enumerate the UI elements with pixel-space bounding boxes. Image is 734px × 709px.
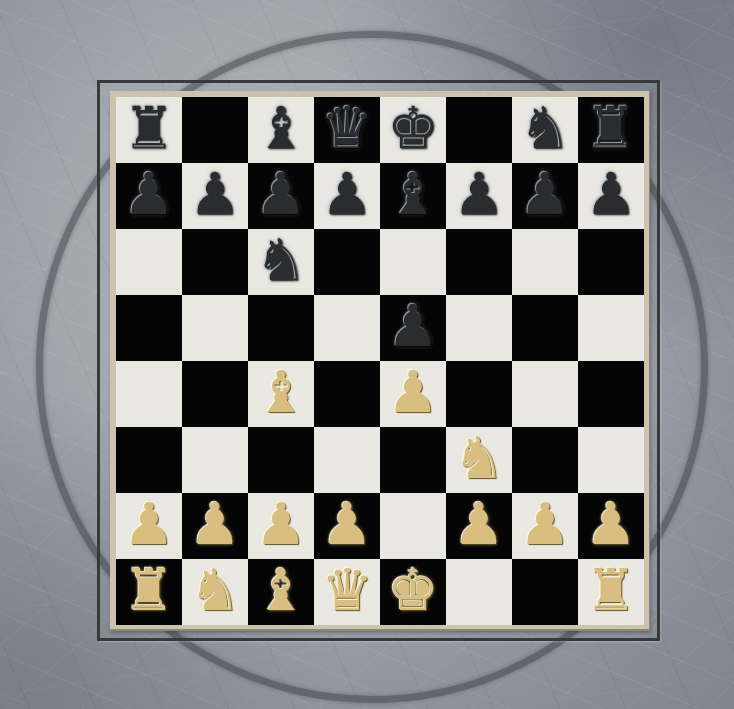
square-c6[interactable]: ♞ (248, 229, 314, 295)
square-g2[interactable]: ♟ (512, 493, 578, 559)
square-g3[interactable] (512, 427, 578, 493)
piece-white-rook[interactable]: ♜ (123, 557, 175, 623)
piece-white-knight[interactable]: ♞ (453, 425, 505, 491)
square-h1[interactable]: ♜ (578, 559, 644, 625)
square-b4[interactable] (182, 361, 248, 427)
square-e3[interactable] (380, 427, 446, 493)
piece-white-pawn[interactable]: ♟ (123, 491, 175, 557)
square-e6[interactable] (380, 229, 446, 295)
square-b3[interactable] (182, 427, 248, 493)
square-a4[interactable] (116, 361, 182, 427)
square-d8[interactable]: ♛ (314, 97, 380, 163)
square-h4[interactable] (578, 361, 644, 427)
square-g6[interactable] (512, 229, 578, 295)
square-b5[interactable] (182, 295, 248, 361)
square-e7[interactable]: ♝ (380, 163, 446, 229)
square-b1[interactable]: ♞ (182, 559, 248, 625)
square-a5[interactable] (116, 295, 182, 361)
square-a1[interactable]: ♜ (116, 559, 182, 625)
piece-black-pawn[interactable]: ♟ (453, 161, 505, 227)
piece-black-bishop[interactable]: ♝ (387, 161, 439, 227)
piece-white-king[interactable]: ♚ (387, 557, 439, 623)
piece-black-king[interactable]: ♚ (387, 95, 439, 161)
square-b7[interactable]: ♟ (182, 163, 248, 229)
piece-black-queen[interactable]: ♛ (321, 95, 373, 161)
square-e5[interactable]: ♟ (380, 295, 446, 361)
square-c7[interactable]: ♟ (248, 163, 314, 229)
piece-black-pawn[interactable]: ♟ (387, 293, 439, 359)
square-d2[interactable]: ♟ (314, 493, 380, 559)
square-h7[interactable]: ♟ (578, 163, 644, 229)
square-c5[interactable] (248, 295, 314, 361)
square-d6[interactable] (314, 229, 380, 295)
piece-black-bishop[interactable]: ♝ (255, 95, 307, 161)
square-f3[interactable]: ♞ (446, 427, 512, 493)
piece-white-pawn[interactable]: ♟ (189, 491, 241, 557)
square-c4[interactable]: ♝ (248, 361, 314, 427)
square-d3[interactable] (314, 427, 380, 493)
square-h2[interactable]: ♟ (578, 493, 644, 559)
square-b6[interactable] (182, 229, 248, 295)
chess-board: ♜♝♛♚♞♜♟♟♟♟♝♟♟♟♞♟♝♟♞♟♟♟♟♟♟♟♜♞♝♛♚♜ (110, 91, 650, 631)
square-d1[interactable]: ♛ (314, 559, 380, 625)
piece-black-pawn[interactable]: ♟ (255, 161, 307, 227)
square-f5[interactable] (446, 295, 512, 361)
square-g7[interactable]: ♟ (512, 163, 578, 229)
piece-white-queen[interactable]: ♛ (321, 557, 373, 623)
square-e2[interactable] (380, 493, 446, 559)
piece-black-rook[interactable]: ♜ (585, 95, 637, 161)
square-c1[interactable]: ♝ (248, 559, 314, 625)
square-d5[interactable] (314, 295, 380, 361)
square-f1[interactable] (446, 559, 512, 625)
square-a3[interactable] (116, 427, 182, 493)
piece-white-pawn[interactable]: ♟ (519, 491, 571, 557)
piece-black-pawn[interactable]: ♟ (519, 161, 571, 227)
piece-black-pawn[interactable]: ♟ (189, 161, 241, 227)
square-e4[interactable]: ♟ (380, 361, 446, 427)
square-a6[interactable] (116, 229, 182, 295)
square-g8[interactable]: ♞ (512, 97, 578, 163)
square-c8[interactable]: ♝ (248, 97, 314, 163)
square-f2[interactable]: ♟ (446, 493, 512, 559)
piece-white-bishop[interactable]: ♝ (255, 359, 307, 425)
square-h5[interactable] (578, 295, 644, 361)
piece-white-rook[interactable]: ♜ (585, 557, 637, 623)
square-h8[interactable]: ♜ (578, 97, 644, 163)
square-f7[interactable]: ♟ (446, 163, 512, 229)
square-h3[interactable] (578, 427, 644, 493)
piece-black-pawn[interactable]: ♟ (321, 161, 373, 227)
square-f6[interactable] (446, 229, 512, 295)
piece-white-bishop[interactable]: ♝ (255, 557, 307, 623)
square-g4[interactable] (512, 361, 578, 427)
piece-black-knight[interactable]: ♞ (519, 95, 571, 161)
piece-black-pawn[interactable]: ♟ (123, 161, 175, 227)
square-b2[interactable]: ♟ (182, 493, 248, 559)
square-c3[interactable] (248, 427, 314, 493)
square-d7[interactable]: ♟ (314, 163, 380, 229)
piece-black-rook[interactable]: ♜ (123, 95, 175, 161)
square-h6[interactable] (578, 229, 644, 295)
square-c2[interactable]: ♟ (248, 493, 314, 559)
square-b8[interactable] (182, 97, 248, 163)
square-e1[interactable]: ♚ (380, 559, 446, 625)
square-a8[interactable]: ♜ (116, 97, 182, 163)
square-g1[interactable] (512, 559, 578, 625)
piece-white-pawn[interactable]: ♟ (453, 491, 505, 557)
square-a2[interactable]: ♟ (116, 493, 182, 559)
piece-white-pawn[interactable]: ♟ (585, 491, 637, 557)
board-grid: ♜♝♛♚♞♜♟♟♟♟♝♟♟♟♞♟♝♟♞♟♟♟♟♟♟♟♜♞♝♛♚♜ (116, 97, 644, 625)
square-e8[interactable]: ♚ (380, 97, 446, 163)
piece-white-knight[interactable]: ♞ (189, 557, 241, 623)
piece-white-pawn[interactable]: ♟ (255, 491, 307, 557)
chess-app-background: ♜♝♛♚♞♜♟♟♟♟♝♟♟♟♞♟♝♟♞♟♟♟♟♟♟♟♜♞♝♛♚♜ (0, 0, 734, 709)
piece-black-knight[interactable]: ♞ (255, 227, 307, 293)
piece-white-pawn[interactable]: ♟ (321, 491, 373, 557)
piece-white-pawn[interactable]: ♟ (387, 359, 439, 425)
square-f8[interactable] (446, 97, 512, 163)
piece-black-pawn[interactable]: ♟ (585, 161, 637, 227)
square-d4[interactable] (314, 361, 380, 427)
square-f4[interactable] (446, 361, 512, 427)
square-g5[interactable] (512, 295, 578, 361)
square-a7[interactable]: ♟ (116, 163, 182, 229)
